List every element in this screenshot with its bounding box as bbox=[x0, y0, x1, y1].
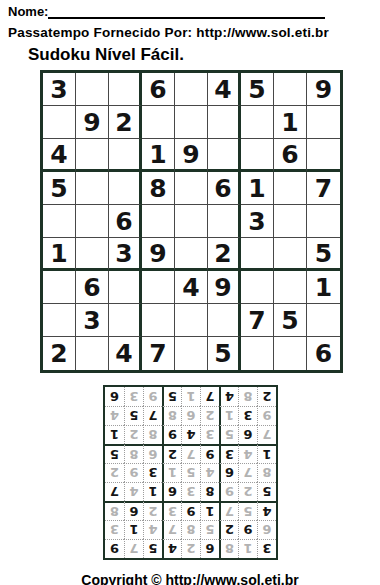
puzzle-cell-r7c3 bbox=[109, 271, 142, 304]
solution-cell-r4c3: 9 bbox=[219, 482, 238, 501]
solution-cell-r6c7: 6 bbox=[143, 444, 162, 463]
puzzle-cell-r1c2 bbox=[76, 73, 109, 106]
puzzle-cell-r1c7: 5 bbox=[241, 73, 274, 106]
puzzle-cell-r6c7 bbox=[241, 238, 274, 271]
solution-cell-r1c8: 7 bbox=[124, 539, 143, 558]
puzzle-cell-r2c3: 2 bbox=[109, 106, 142, 139]
sudoku-solution-grid-rotated: 3186245796925874134571932685298361478764… bbox=[103, 385, 278, 560]
solution-cell-r2c8: 1 bbox=[124, 520, 143, 539]
puzzle-cell-r2c7 bbox=[241, 106, 274, 139]
sudoku-worksheet-page: Nome: Passatempo Fornecido Por: http://w… bbox=[0, 4, 380, 585]
solution-cell-r5c5: 5 bbox=[181, 463, 200, 482]
puzzle-cell-r5c8 bbox=[274, 205, 307, 238]
solution-cell-r8c8: 5 bbox=[124, 406, 143, 425]
solution-cell-r5c8: 9 bbox=[124, 463, 143, 482]
solution-cell-r1c1: 3 bbox=[257, 539, 276, 558]
solution-cell-r1c7: 5 bbox=[143, 539, 162, 558]
solution-cell-r5c7: 3 bbox=[143, 463, 162, 482]
solution-cell-r8c2: 3 bbox=[238, 406, 257, 425]
puzzle-cell-r6c3: 3 bbox=[109, 238, 142, 271]
puzzle-cell-r6c5 bbox=[175, 238, 208, 271]
puzzle-cell-r3c4: 1 bbox=[142, 139, 175, 172]
solution-cell-r9c4: 7 bbox=[200, 387, 219, 406]
solution-cell-r5c9: 2 bbox=[105, 463, 124, 482]
solution-cell-r5c6: 1 bbox=[162, 463, 181, 482]
puzzle-cell-r8c6 bbox=[208, 304, 241, 337]
puzzle-cell-r9c4: 7 bbox=[142, 337, 175, 370]
solution-cell-r6c3: 3 bbox=[219, 444, 238, 463]
solution-cell-r8c3: 1 bbox=[219, 406, 238, 425]
puzzle-cell-r1c1: 3 bbox=[43, 73, 76, 106]
solution-cell-r4c7: 1 bbox=[143, 482, 162, 501]
solution-cell-r3c5: 9 bbox=[181, 501, 200, 520]
solution-cell-r3c2: 5 bbox=[238, 501, 257, 520]
solution-cell-r6c9: 5 bbox=[105, 444, 124, 463]
puzzle-cell-r6c2 bbox=[76, 238, 109, 271]
puzzle-cell-r3c2 bbox=[76, 139, 109, 172]
puzzle-cell-r8c8: 5 bbox=[274, 304, 307, 337]
solution-cell-r9c8: 3 bbox=[124, 387, 143, 406]
puzzle-cell-r9c8 bbox=[274, 337, 307, 370]
puzzle-cell-r7c9: 1 bbox=[307, 271, 340, 304]
solution-cell-r3c6: 3 bbox=[162, 501, 181, 520]
puzzle-cell-r1c8 bbox=[274, 73, 307, 106]
puzzle-cell-r7c2: 6 bbox=[76, 271, 109, 304]
solution-cell-r4c2: 2 bbox=[238, 482, 257, 501]
solution-cell-r2c9: 3 bbox=[105, 520, 124, 539]
solution-cell-r7c8: 2 bbox=[124, 425, 143, 444]
puzzle-cell-r3c8: 6 bbox=[274, 139, 307, 172]
solution-cell-r7c4: 3 bbox=[200, 425, 219, 444]
solution-cell-r4c5: 3 bbox=[181, 482, 200, 501]
solution-cell-r6c2: 4 bbox=[238, 444, 257, 463]
puzzle-cell-r3c6 bbox=[208, 139, 241, 172]
solution-cell-r8c4: 2 bbox=[200, 406, 219, 425]
sudoku-puzzle-grid: 364599214196586176313925649137524756 bbox=[40, 70, 343, 373]
puzzle-cell-r2c1 bbox=[43, 106, 76, 139]
puzzle-cell-r9c2 bbox=[76, 337, 109, 370]
puzzle-cell-r5c6 bbox=[208, 205, 241, 238]
puzzle-cell-r8c1 bbox=[43, 304, 76, 337]
solution-cell-r3c4: 1 bbox=[200, 501, 219, 520]
puzzle-cell-r9c3: 4 bbox=[109, 337, 142, 370]
puzzle-cell-r2c8: 1 bbox=[274, 106, 307, 139]
solution-cell-r9c9: 6 bbox=[105, 387, 124, 406]
puzzle-cell-r9c6: 5 bbox=[208, 337, 241, 370]
puzzle-cell-r4c7: 1 bbox=[241, 172, 274, 205]
solution-cell-r3c9: 8 bbox=[105, 501, 124, 520]
puzzle-cell-r9c9: 6 bbox=[307, 337, 340, 370]
puzzle-cell-r7c5: 4 bbox=[175, 271, 208, 304]
puzzle-cell-r6c6: 2 bbox=[208, 238, 241, 271]
solution-cell-r5c4: 4 bbox=[200, 463, 219, 482]
solution-cell-r7c7: 8 bbox=[143, 425, 162, 444]
solution-cell-r2c3: 2 bbox=[219, 520, 238, 539]
solution-cell-r7c6: 9 bbox=[162, 425, 181, 444]
puzzle-cell-r1c9: 9 bbox=[307, 73, 340, 106]
solution-cell-r4c6: 6 bbox=[162, 482, 181, 501]
solution-cell-r2c6: 7 bbox=[162, 520, 181, 539]
puzzle-cell-r8c7: 7 bbox=[241, 304, 274, 337]
puzzle-cell-r8c5 bbox=[175, 304, 208, 337]
puzzle-cell-r2c9 bbox=[307, 106, 340, 139]
name-label: Nome: bbox=[8, 4, 48, 19]
page-title: Sudoku Nível Fácil. bbox=[28, 45, 380, 65]
puzzle-cell-r5c4 bbox=[142, 205, 175, 238]
solution-cell-r4c8: 4 bbox=[124, 482, 143, 501]
puzzle-cell-r5c7: 3 bbox=[241, 205, 274, 238]
puzzle-cell-r7c7 bbox=[241, 271, 274, 304]
puzzle-cell-r5c1 bbox=[43, 205, 76, 238]
puzzle-cell-r1c3 bbox=[109, 73, 142, 106]
solution-cell-r8c1: 9 bbox=[257, 406, 276, 425]
solution-cell-r4c9: 7 bbox=[105, 482, 124, 501]
solution-cell-r8c9: 4 bbox=[105, 406, 124, 425]
solution-cell-r1c9: 9 bbox=[105, 539, 124, 558]
solution-cell-r4c4: 8 bbox=[200, 482, 219, 501]
solution-cell-r1c3: 8 bbox=[219, 539, 238, 558]
puzzle-cell-r4c3 bbox=[109, 172, 142, 205]
solution-cell-r7c1: 7 bbox=[257, 425, 276, 444]
puzzle-cell-r4c8 bbox=[274, 172, 307, 205]
solution-cell-r6c6: 2 bbox=[162, 444, 181, 463]
puzzle-cell-r3c5: 9 bbox=[175, 139, 208, 172]
puzzle-cell-r2c2: 9 bbox=[76, 106, 109, 139]
solution-cell-r2c2: 9 bbox=[238, 520, 257, 539]
solution-cell-r9c2: 8 bbox=[238, 387, 257, 406]
puzzle-cell-r8c4 bbox=[142, 304, 175, 337]
solution-cell-r9c1: 2 bbox=[257, 387, 276, 406]
puzzle-cell-r9c1: 2 bbox=[43, 337, 76, 370]
solution-cell-r6c4: 9 bbox=[200, 444, 219, 463]
solution-cell-r6c8: 8 bbox=[124, 444, 143, 463]
solution-cell-r3c7: 2 bbox=[143, 501, 162, 520]
solution-cell-r8c7: 7 bbox=[143, 406, 162, 425]
puzzle-cell-r6c9: 5 bbox=[307, 238, 340, 271]
name-row: Nome: bbox=[8, 4, 380, 19]
puzzle-cell-r3c3 bbox=[109, 139, 142, 172]
solution-cell-r3c1: 4 bbox=[257, 501, 276, 520]
puzzle-cell-r3c7 bbox=[241, 139, 274, 172]
puzzle-cell-r5c5 bbox=[175, 205, 208, 238]
puzzle-cell-r1c6: 4 bbox=[208, 73, 241, 106]
copyright-line: Copyright © http://www.sol.eti.br bbox=[0, 572, 380, 585]
solution-cell-r9c6: 5 bbox=[162, 387, 181, 406]
solution-cell-r5c3: 6 bbox=[219, 463, 238, 482]
solution-cell-r3c8: 6 bbox=[124, 501, 143, 520]
puzzle-cell-r4c9: 7 bbox=[307, 172, 340, 205]
puzzle-cell-r6c4: 9 bbox=[142, 238, 175, 271]
solution-cell-r7c9: 1 bbox=[105, 425, 124, 444]
puzzle-cell-r8c2: 3 bbox=[76, 304, 109, 337]
puzzle-cell-r3c9 bbox=[307, 139, 340, 172]
solution-cell-r6c1: 1 bbox=[257, 444, 276, 463]
puzzle-cell-r8c9 bbox=[307, 304, 340, 337]
puzzle-cell-r2c5 bbox=[175, 106, 208, 139]
solution-cell-r2c7: 4 bbox=[143, 520, 162, 539]
puzzle-cell-r8c3 bbox=[109, 304, 142, 337]
solution-cell-r9c5: 1 bbox=[181, 387, 200, 406]
puzzle-cell-r2c4 bbox=[142, 106, 175, 139]
puzzle-cell-r4c4: 8 bbox=[142, 172, 175, 205]
puzzle-cell-r7c8 bbox=[274, 271, 307, 304]
solution-cell-r4c1: 5 bbox=[257, 482, 276, 501]
puzzle-cell-r4c5 bbox=[175, 172, 208, 205]
puzzle-cell-r4c6: 6 bbox=[208, 172, 241, 205]
puzzle-cell-r2c6 bbox=[208, 106, 241, 139]
puzzle-cell-r1c4: 6 bbox=[142, 73, 175, 106]
puzzle-cell-r5c2 bbox=[76, 205, 109, 238]
solution-cell-r8c6: 8 bbox=[162, 406, 181, 425]
solution-cell-r2c4: 5 bbox=[200, 520, 219, 539]
solution-cell-r5c1: 8 bbox=[257, 463, 276, 482]
puzzle-cell-r3c1: 4 bbox=[43, 139, 76, 172]
name-blank-line bbox=[48, 6, 325, 19]
puzzle-cell-r6c8 bbox=[274, 238, 307, 271]
solution-cell-r1c6: 4 bbox=[162, 539, 181, 558]
solution-cell-r8c5: 6 bbox=[181, 406, 200, 425]
solution-cell-r1c4: 6 bbox=[200, 539, 219, 558]
puzzle-cell-r5c9 bbox=[307, 205, 340, 238]
puzzle-cell-r1c5 bbox=[175, 73, 208, 106]
puzzle-cell-r4c2 bbox=[76, 172, 109, 205]
solution-cell-r2c1: 6 bbox=[257, 520, 276, 539]
puzzle-cell-r9c5 bbox=[175, 337, 208, 370]
puzzle-cell-r4c1: 5 bbox=[43, 172, 76, 205]
puzzle-cell-r7c1 bbox=[43, 271, 76, 304]
solution-cell-r6c5: 7 bbox=[181, 444, 200, 463]
solution-cell-r9c7: 9 bbox=[143, 387, 162, 406]
solution-cell-r5c2: 7 bbox=[238, 463, 257, 482]
solution-cell-r2c5: 8 bbox=[181, 520, 200, 539]
solution-cell-r3c3: 7 bbox=[219, 501, 238, 520]
solution-cell-r7c3: 5 bbox=[219, 425, 238, 444]
solution-cell-r9c3: 4 bbox=[219, 387, 238, 406]
solution-cell-r1c2: 1 bbox=[238, 539, 257, 558]
puzzle-cell-r9c7 bbox=[241, 337, 274, 370]
solution-cell-r1c5: 2 bbox=[181, 539, 200, 558]
puzzle-cell-r7c4 bbox=[142, 271, 175, 304]
puzzle-cell-r6c1: 1 bbox=[43, 238, 76, 271]
puzzle-cell-r5c3: 6 bbox=[109, 205, 142, 238]
provided-by-line: Passatempo Fornecido Por: http://www.sol… bbox=[8, 25, 380, 40]
puzzle-cell-r7c6: 9 bbox=[208, 271, 241, 304]
solution-cell-r7c2: 6 bbox=[238, 425, 257, 444]
solution-cell-r7c5: 4 bbox=[181, 425, 200, 444]
